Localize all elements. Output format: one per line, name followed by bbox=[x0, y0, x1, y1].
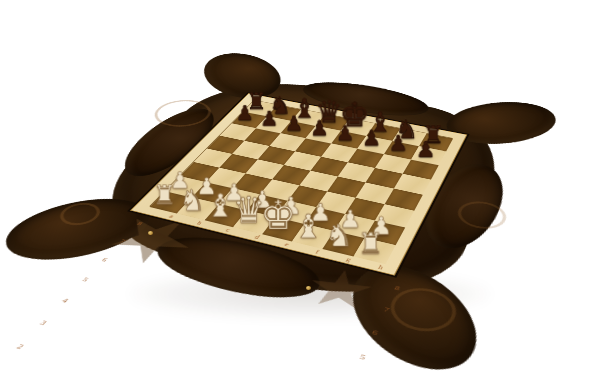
coordinate-label: 2 bbox=[15, 343, 25, 351]
coordinate-label: 5 bbox=[359, 353, 367, 361]
product-photo: ♜♞♝♛♚♝♞♜♟♟♟♟♟♟♟♟♟♟♟♟♟♟♟♟♜♞♝♛♚♝♞♜ aabbccd… bbox=[0, 0, 600, 380]
hinge-pin bbox=[306, 286, 311, 290]
coordinate-label: 5 bbox=[81, 276, 90, 282]
square-g4 bbox=[356, 182, 394, 204]
coordinate-label: 1 bbox=[0, 368, 1, 376]
coordinate-label: 3 bbox=[39, 319, 49, 326]
hinge-pin bbox=[148, 231, 153, 235]
chess-board: ♜♞♝♛♚♝♞♜♟♟♟♟♟♟♟♟♟♟♟♟♟♟♟♟♜♞♝♛♚♝♞♜ aabbccd… bbox=[130, 93, 467, 276]
coordinate-label: 4 bbox=[61, 297, 70, 304]
coordinate-label: 6 bbox=[101, 257, 110, 263]
